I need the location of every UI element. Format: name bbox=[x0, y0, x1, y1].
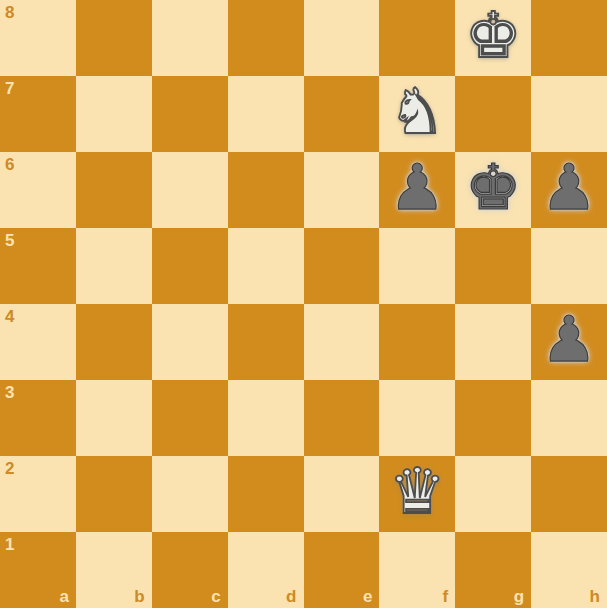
rank-label-1: 1 bbox=[5, 536, 14, 553]
file-label-e: e bbox=[363, 588, 372, 605]
file-label-h: h bbox=[590, 588, 600, 605]
file-label-f: f bbox=[443, 588, 449, 605]
square-f4[interactable] bbox=[379, 304, 455, 380]
square-g1[interactable]: g bbox=[455, 532, 531, 608]
square-c4[interactable] bbox=[152, 304, 228, 380]
square-c3[interactable] bbox=[152, 380, 228, 456]
square-g5[interactable] bbox=[455, 228, 531, 304]
rank-label-3: 3 bbox=[5, 384, 14, 401]
piece-black-pawn-h4[interactable]: ♟ bbox=[541, 308, 597, 371]
square-a8[interactable]: 8 bbox=[0, 0, 76, 76]
square-h1[interactable]: h bbox=[531, 532, 607, 608]
square-a3[interactable]: 3 bbox=[0, 380, 76, 456]
square-e1[interactable]: e bbox=[304, 532, 380, 608]
square-f1[interactable]: f bbox=[379, 532, 455, 608]
file-label-d: d bbox=[286, 588, 296, 605]
square-e7[interactable] bbox=[304, 76, 380, 152]
file-label-b: b bbox=[134, 588, 144, 605]
square-g8[interactable]: ♚ bbox=[455, 0, 531, 76]
square-c8[interactable] bbox=[152, 0, 228, 76]
square-d8[interactable] bbox=[228, 0, 304, 76]
square-b7[interactable] bbox=[76, 76, 152, 152]
square-a5[interactable]: 5 bbox=[0, 228, 76, 304]
piece-black-pawn-h6[interactable]: ♟ bbox=[541, 156, 597, 219]
square-f7[interactable]: ♞ bbox=[379, 76, 455, 152]
square-g7[interactable] bbox=[455, 76, 531, 152]
square-b1[interactable]: b bbox=[76, 532, 152, 608]
square-h6[interactable]: ♟ bbox=[531, 152, 607, 228]
chess-board: 8♚7♞6♟♚♟54♟32♛1abcdefgh bbox=[0, 0, 607, 608]
square-e8[interactable] bbox=[304, 0, 380, 76]
square-b8[interactable] bbox=[76, 0, 152, 76]
square-e5[interactable] bbox=[304, 228, 380, 304]
square-d5[interactable] bbox=[228, 228, 304, 304]
square-e2[interactable] bbox=[304, 456, 380, 532]
square-b5[interactable] bbox=[76, 228, 152, 304]
square-c6[interactable] bbox=[152, 152, 228, 228]
square-f2[interactable]: ♛ bbox=[379, 456, 455, 532]
rank-label-2: 2 bbox=[5, 460, 14, 477]
square-c5[interactable] bbox=[152, 228, 228, 304]
square-a6[interactable]: 6 bbox=[0, 152, 76, 228]
square-e4[interactable] bbox=[304, 304, 380, 380]
square-a2[interactable]: 2 bbox=[0, 456, 76, 532]
square-h4[interactable]: ♟ bbox=[531, 304, 607, 380]
square-h3[interactable] bbox=[531, 380, 607, 456]
rank-label-6: 6 bbox=[5, 156, 14, 173]
piece-white-knight-f7[interactable]: ♞ bbox=[389, 80, 445, 143]
file-label-g: g bbox=[514, 588, 524, 605]
square-d4[interactable] bbox=[228, 304, 304, 380]
square-c7[interactable] bbox=[152, 76, 228, 152]
piece-white-king-g8[interactable]: ♚ bbox=[465, 4, 521, 67]
square-e3[interactable] bbox=[304, 380, 380, 456]
piece-white-queen-f2[interactable]: ♛ bbox=[389, 460, 445, 523]
square-c2[interactable] bbox=[152, 456, 228, 532]
square-d3[interactable] bbox=[228, 380, 304, 456]
square-g2[interactable] bbox=[455, 456, 531, 532]
square-g4[interactable] bbox=[455, 304, 531, 380]
square-h7[interactable] bbox=[531, 76, 607, 152]
square-b2[interactable] bbox=[76, 456, 152, 532]
square-h5[interactable] bbox=[531, 228, 607, 304]
square-b4[interactable] bbox=[76, 304, 152, 380]
square-a1[interactable]: 1a bbox=[0, 532, 76, 608]
piece-black-pawn-f6[interactable]: ♟ bbox=[389, 156, 445, 219]
piece-black-king-g6[interactable]: ♚ bbox=[465, 156, 521, 219]
square-a7[interactable]: 7 bbox=[0, 76, 76, 152]
square-f8[interactable] bbox=[379, 0, 455, 76]
square-h8[interactable] bbox=[531, 0, 607, 76]
square-d2[interactable] bbox=[228, 456, 304, 532]
square-h2[interactable] bbox=[531, 456, 607, 532]
rank-label-7: 7 bbox=[5, 80, 14, 97]
square-f6[interactable]: ♟ bbox=[379, 152, 455, 228]
square-f3[interactable] bbox=[379, 380, 455, 456]
square-a4[interactable]: 4 bbox=[0, 304, 76, 380]
rank-label-8: 8 bbox=[5, 4, 14, 21]
square-d6[interactable] bbox=[228, 152, 304, 228]
rank-label-5: 5 bbox=[5, 232, 14, 249]
square-e6[interactable] bbox=[304, 152, 380, 228]
square-g6[interactable]: ♚ bbox=[455, 152, 531, 228]
square-b3[interactable] bbox=[76, 380, 152, 456]
square-d1[interactable]: d bbox=[228, 532, 304, 608]
file-label-c: c bbox=[211, 588, 220, 605]
rank-label-4: 4 bbox=[5, 308, 14, 325]
file-label-a: a bbox=[59, 588, 68, 605]
square-f5[interactable] bbox=[379, 228, 455, 304]
square-d7[interactable] bbox=[228, 76, 304, 152]
square-b6[interactable] bbox=[76, 152, 152, 228]
square-c1[interactable]: c bbox=[152, 532, 228, 608]
square-g3[interactable] bbox=[455, 380, 531, 456]
